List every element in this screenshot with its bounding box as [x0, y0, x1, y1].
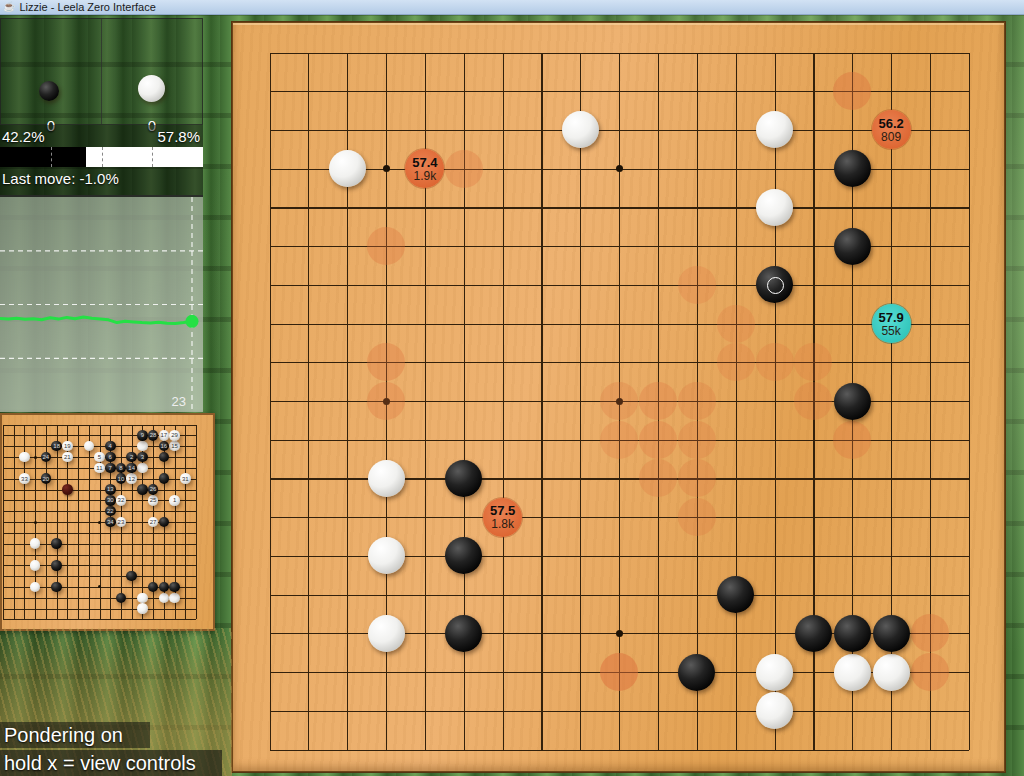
sub-black-stone	[51, 582, 62, 593]
star-point	[34, 456, 37, 459]
sub-variation-stone: 20	[41, 473, 52, 484]
winrate-graph[interactable]: 23	[0, 195, 203, 412]
sub-variation-number: 1	[169, 497, 180, 503]
grid-line-h	[3, 576, 196, 577]
star-point	[98, 521, 101, 524]
sub-white-stone	[30, 560, 41, 571]
variation-sub-board: 1234567891011121314151617181920212223242…	[0, 413, 215, 631]
sub-variation-stone: 6	[105, 452, 116, 463]
sub-black-stone	[159, 582, 170, 593]
candidate-move-faint[interactable]	[911, 653, 949, 691]
candidate-move-faint[interactable]	[445, 150, 483, 188]
grid-line-v	[736, 53, 737, 750]
sub-variation-number: 18	[51, 443, 62, 449]
sub-variation-stone: 8	[116, 463, 127, 474]
graph-move-number: 23	[172, 394, 186, 409]
black-stone	[834, 228, 871, 265]
sub-black-stone	[51, 538, 62, 549]
sub-variation-number: 16	[159, 443, 170, 449]
sub-variation-stone: 10	[116, 473, 127, 484]
candidate-move-badge[interactable]: 57.41.9k	[405, 149, 444, 188]
sub-black-stone	[137, 484, 148, 495]
sub-white-stone	[169, 593, 180, 604]
candidate-move-faint[interactable]	[367, 382, 405, 420]
sub-variation-number: 15	[169, 443, 180, 449]
sub-variation-stone: 4	[105, 441, 116, 452]
sub-variation-number: 5	[94, 454, 105, 460]
candidate-move-faint[interactable]	[678, 459, 716, 497]
candidate-move-faint[interactable]	[833, 72, 871, 110]
sub-black-stone	[51, 560, 62, 571]
sub-variation-number: 6	[105, 454, 116, 460]
white-stone	[756, 189, 793, 226]
sub-variation-number: 27	[148, 519, 159, 525]
sub-variation-number: 29	[169, 432, 180, 438]
sub-variation-stone: 34	[105, 517, 116, 528]
sub-variation-number: 28	[148, 432, 159, 438]
white-stone	[368, 537, 405, 574]
candidate-winrate: 56.2	[878, 117, 903, 130]
candidate-move-faint[interactable]	[833, 421, 871, 459]
sub-variation-stone: 5	[94, 452, 105, 463]
captures-panel: 0 0	[0, 18, 203, 125]
sub-variation-stone: 2	[126, 452, 137, 463]
sub-variation-stone: 33	[19, 473, 30, 484]
winrate-bar-tick-25	[51, 147, 52, 167]
sub-variation-number: 33	[19, 476, 30, 482]
sub-variation-stone: 32	[116, 495, 127, 506]
candidate-move-faint[interactable]	[911, 614, 949, 652]
sub-variation-stone: 24	[41, 452, 52, 463]
candidate-move-badge[interactable]: 56.2809	[872, 110, 911, 149]
sub-variation-stone: 30	[105, 495, 116, 506]
sub-variation-number: 4	[105, 443, 116, 449]
sub-white-stone	[159, 593, 170, 604]
sub-variation-stone: 28	[148, 430, 159, 441]
white-stone	[756, 692, 793, 729]
sub-variation-stone: 23	[116, 517, 127, 528]
window-title: Lizzie - Leela Zero Interface	[19, 1, 155, 13]
candidate-move-faint[interactable]	[600, 382, 638, 420]
candidate-move-faint[interactable]	[600, 421, 638, 459]
candidate-move-faint[interactable]	[717, 305, 755, 343]
black-stone	[795, 615, 832, 652]
candidate-visits: 55k	[881, 325, 900, 337]
sub-white-stone	[19, 452, 30, 463]
sub-variation-number: 11	[94, 465, 105, 471]
grid-line-h	[3, 533, 196, 534]
white-stone	[562, 111, 599, 148]
white-stone	[756, 654, 793, 691]
sub-variation-number: 24	[41, 454, 52, 460]
black-stone	[834, 383, 871, 420]
sub-black-stone	[159, 473, 170, 484]
sub-variation-number: 21	[62, 454, 73, 460]
sub-red-stone	[62, 484, 73, 495]
grid-line-h	[3, 555, 196, 556]
candidate-move-badge[interactable]: 57.51.8k	[483, 498, 522, 537]
candidate-move-faint[interactable]	[678, 498, 716, 536]
winrate-panel: 42.2% 57.8% Last move: -1.0%	[0, 125, 203, 195]
candidate-move-faint[interactable]	[678, 382, 716, 420]
sub-black-stone	[126, 571, 137, 582]
black-stone	[445, 460, 482, 497]
grid-line-h	[270, 595, 969, 596]
candidate-move-faint[interactable]	[639, 421, 677, 459]
sub-variation-stone: 1	[169, 495, 180, 506]
sub-variation-stone: 31	[180, 473, 191, 484]
star-point	[98, 585, 101, 588]
white-stone	[368, 615, 405, 652]
white-captures-cell: 0	[101, 19, 202, 124]
sub-variation-stone: 12	[126, 473, 137, 484]
black-winrate-label: 42.2%	[2, 128, 45, 145]
sub-white-stone	[137, 593, 148, 604]
controls-hint: hold x = view controls	[0, 750, 222, 776]
candidate-move-faint[interactable]	[367, 227, 405, 265]
sub-variation-stone: 19	[62, 441, 73, 452]
sub-variation-number: 7	[105, 465, 116, 471]
candidate-move-faint[interactable]	[717, 343, 755, 381]
black-stone	[834, 150, 871, 187]
grid-line-h	[270, 517, 969, 518]
sub-variation-number: 22	[105, 508, 116, 514]
sub-variation-stone: 14	[126, 463, 137, 474]
white-stone-icon	[138, 75, 165, 102]
grid-line-h	[3, 609, 196, 610]
star-point	[616, 630, 623, 637]
star-point	[34, 521, 37, 524]
grid-line-v	[185, 425, 186, 620]
sub-variation-number: 31	[180, 476, 191, 482]
sub-variation-number: 26	[148, 486, 159, 492]
white-stone	[873, 654, 910, 691]
candidate-move-faint[interactable]	[678, 266, 716, 304]
black-stone	[445, 615, 482, 652]
sub-white-stone	[137, 463, 148, 474]
sub-variation-stone: 11	[94, 463, 105, 474]
winrate-bar-tick-75	[152, 147, 153, 167]
black-stone-icon	[39, 81, 59, 101]
candidate-winrate: 57.4	[412, 156, 437, 169]
sub-variation-stone: 25	[148, 495, 159, 506]
sub-variation-number: 30	[105, 497, 116, 503]
candidate-visits: 1.8k	[491, 518, 514, 530]
candidate-move-faint[interactable]	[678, 421, 716, 459]
java-coffee-cup-icon: ☕	[3, 2, 15, 12]
grid-line-h	[270, 750, 969, 751]
grid-line-h	[270, 711, 969, 712]
sub-variation-number: 14	[126, 465, 137, 471]
sub-variation-stone: 26	[148, 484, 159, 495]
black-captures-cell: 0	[1, 19, 101, 124]
sub-variation-stone: 16	[159, 441, 170, 452]
sub-variation-number: 8	[116, 465, 127, 471]
candidate-move-faint[interactable]	[756, 343, 794, 381]
grid-line-v	[969, 53, 970, 750]
candidate-move-faint[interactable]	[639, 459, 677, 497]
candidate-move-faint[interactable]	[600, 653, 638, 691]
star-point	[616, 165, 623, 172]
candidate-move-badge[interactable]: 57.955k	[872, 304, 911, 343]
sub-variation-stone: 13	[105, 484, 116, 495]
winrate-bar	[0, 147, 203, 167]
sub-variation-number: 34	[105, 519, 116, 525]
black-stone	[834, 615, 871, 652]
candidate-winrate: 57.5	[490, 504, 515, 517]
sub-variation-stone: 17	[159, 430, 170, 441]
sub-variation-number: 19	[62, 443, 73, 449]
sub-variation-stone: 7	[105, 463, 116, 474]
sub-white-stone	[137, 603, 148, 614]
white-stone	[368, 460, 405, 497]
sub-variation-number: 12	[126, 476, 137, 482]
candidate-winrate: 57.9	[878, 311, 903, 324]
grid-line-v	[196, 425, 197, 620]
sub-variation-stone: 29	[169, 430, 180, 441]
sub-variation-stone: 15	[169, 441, 180, 452]
sub-black-stone	[169, 582, 180, 593]
sub-variation-stone: 27	[148, 517, 159, 528]
candidate-visits: 809	[881, 131, 901, 143]
sub-variation-number: 32	[116, 497, 127, 503]
winrate-current-dot	[186, 315, 199, 328]
sub-black-stone	[116, 593, 127, 604]
pondering-status: Pondering on	[0, 722, 150, 748]
sub-variation-number: 3	[137, 454, 148, 460]
sub-variation-number: 13	[105, 486, 116, 492]
sub-variation-number: 10	[116, 476, 127, 482]
sub-variation-stone: 9	[137, 430, 148, 441]
winrate-graph-svg: 23	[0, 197, 203, 412]
white-stone	[329, 150, 366, 187]
last-move-delta: Last move: -1.0%	[0, 167, 203, 187]
sub-variation-number: 17	[159, 432, 170, 438]
black-stone	[445, 537, 482, 574]
candidate-move-faint[interactable]	[367, 343, 405, 381]
title-bar: ☕ Lizzie - Leela Zero Interface	[0, 0, 1024, 15]
sub-variation-number: 23	[116, 519, 127, 525]
main-go-board[interactable]: 57.955k57.41.9k57.51.8k56.2809	[232, 22, 1005, 772]
candidate-move-faint[interactable]	[794, 343, 832, 381]
sub-variation-number: 25	[148, 497, 159, 503]
black-stone	[717, 576, 754, 613]
sub-white-stone	[30, 538, 41, 549]
grid-line-h	[3, 619, 196, 620]
winrate-bar-tick-50	[102, 147, 103, 167]
candidate-move-faint[interactable]	[794, 382, 832, 420]
black-stone	[678, 654, 715, 691]
candidate-move-faint[interactable]	[639, 382, 677, 420]
sub-black-stone	[159, 452, 170, 463]
sub-variation-stone: 18	[51, 441, 62, 452]
sub-variation-stone: 22	[105, 506, 116, 517]
star-point	[383, 165, 390, 172]
sub-black-stone	[148, 582, 159, 593]
sub-variation-stone: 21	[62, 452, 73, 463]
sub-black-stone	[159, 517, 170, 528]
black-stone	[873, 615, 910, 652]
sub-white-stone	[30, 582, 41, 593]
grid-line-v	[775, 53, 776, 750]
white-stone	[834, 654, 871, 691]
white-stone	[756, 111, 793, 148]
sub-variation-number: 2	[126, 454, 137, 460]
sub-white-stone	[84, 441, 95, 452]
white-winrate-label: 57.8%	[157, 128, 200, 145]
sub-variation-number: 9	[137, 432, 148, 438]
winrate-line	[0, 317, 192, 324]
sub-white-stone	[137, 441, 148, 452]
winrate-bar-black-segment	[0, 147, 86, 167]
sub-variation-number: 20	[41, 476, 52, 482]
sub-variation-stone: 3	[137, 452, 148, 463]
candidate-visits: 1.9k	[414, 170, 437, 182]
